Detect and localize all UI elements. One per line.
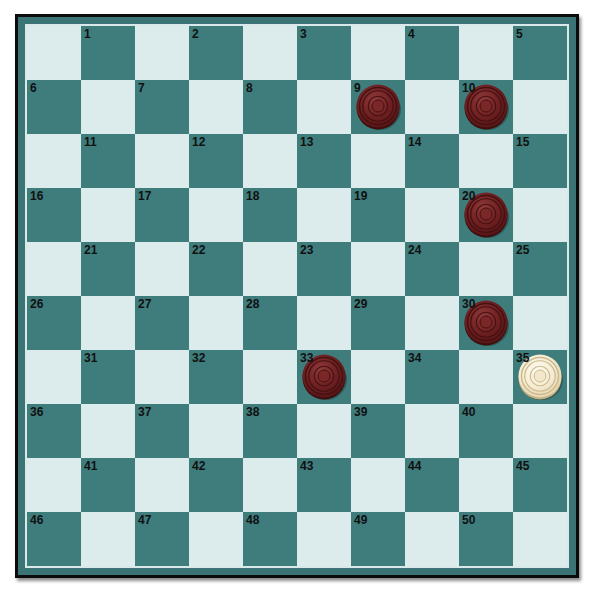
light-square	[243, 458, 297, 512]
square-42[interactable]: 42	[189, 458, 243, 512]
light-square	[297, 512, 351, 566]
square-number: 1	[84, 27, 91, 41]
square-8[interactable]: 8	[243, 80, 297, 134]
light-square	[405, 188, 459, 242]
light-square	[27, 134, 81, 188]
light-square	[27, 350, 81, 404]
square-number: 6	[30, 81, 37, 95]
light-square	[351, 134, 405, 188]
square-39[interactable]: 39	[351, 404, 405, 458]
square-33[interactable]: 33	[297, 350, 351, 404]
square-28[interactable]: 28	[243, 296, 297, 350]
light-square	[135, 350, 189, 404]
draughts-board: 123456789 10 11121314151617181920	[15, 14, 579, 578]
square-number: 2	[192, 27, 199, 41]
square-47[interactable]: 47	[135, 512, 189, 566]
square-9[interactable]: 9	[351, 80, 405, 134]
square-13[interactable]: 13	[297, 134, 351, 188]
light-square	[513, 80, 567, 134]
square-2[interactable]: 2	[189, 26, 243, 80]
light-square	[243, 134, 297, 188]
square-number: 14	[408, 135, 421, 149]
square-5[interactable]: 5	[513, 26, 567, 80]
square-6[interactable]: 6	[27, 80, 81, 134]
square-25[interactable]: 25	[513, 242, 567, 296]
dark-man-20[interactable]	[461, 190, 511, 240]
square-number: 41	[84, 459, 97, 473]
square-50[interactable]: 50	[459, 512, 513, 566]
dark-man-9[interactable]	[353, 82, 403, 132]
dark-man-10[interactable]	[461, 82, 511, 132]
square-number: 25	[516, 243, 529, 257]
square-48[interactable]: 48	[243, 512, 297, 566]
square-49[interactable]: 49	[351, 512, 405, 566]
square-number: 36	[30, 405, 43, 419]
light-square	[189, 512, 243, 566]
light-square	[513, 404, 567, 458]
light-square	[81, 512, 135, 566]
square-14[interactable]: 14	[405, 134, 459, 188]
light-square	[81, 404, 135, 458]
square-23[interactable]: 23	[297, 242, 351, 296]
square-34[interactable]: 34	[405, 350, 459, 404]
square-number: 24	[408, 243, 421, 257]
square-number: 27	[138, 297, 151, 311]
square-18[interactable]: 18	[243, 188, 297, 242]
light-square	[243, 242, 297, 296]
square-number: 32	[192, 351, 205, 365]
square-number: 21	[84, 243, 97, 257]
square-number: 8	[246, 81, 253, 95]
light-square	[297, 188, 351, 242]
board-grid: 123456789 10 11121314151617181920	[25, 24, 569, 568]
light-square	[351, 26, 405, 80]
square-16[interactable]: 16	[27, 188, 81, 242]
square-number: 5	[516, 27, 523, 41]
light-square	[405, 296, 459, 350]
square-20[interactable]: 20	[459, 188, 513, 242]
light-square	[27, 26, 81, 80]
square-number: 48	[246, 513, 259, 527]
square-10[interactable]: 10	[459, 80, 513, 134]
square-number: 11	[84, 135, 97, 149]
light-square	[189, 80, 243, 134]
light-square	[27, 458, 81, 512]
square-number: 34	[408, 351, 421, 365]
square-36[interactable]: 36	[27, 404, 81, 458]
light-square	[189, 296, 243, 350]
light-square	[513, 296, 567, 350]
square-number: 31	[84, 351, 97, 365]
square-number: 3	[300, 27, 307, 41]
square-number: 23	[300, 243, 313, 257]
square-1[interactable]: 1	[81, 26, 135, 80]
light-square	[243, 350, 297, 404]
light-square	[405, 404, 459, 458]
square-number: 44	[408, 459, 421, 473]
square-43[interactable]: 43	[297, 458, 351, 512]
square-number: 29	[354, 297, 367, 311]
square-26[interactable]: 26	[27, 296, 81, 350]
square-number: 26	[30, 297, 43, 311]
square-30[interactable]: 30	[459, 296, 513, 350]
square-41[interactable]: 41	[81, 458, 135, 512]
light-square	[459, 134, 513, 188]
square-number: 4	[408, 27, 415, 41]
square-38[interactable]: 38	[243, 404, 297, 458]
square-12[interactable]: 12	[189, 134, 243, 188]
light-square	[135, 242, 189, 296]
light-square	[27, 242, 81, 296]
square-29[interactable]: 29	[351, 296, 405, 350]
square-45[interactable]: 45	[513, 458, 567, 512]
light-square	[297, 296, 351, 350]
square-15[interactable]: 15	[513, 134, 567, 188]
square-number: 47	[138, 513, 151, 527]
square-21[interactable]: 21	[81, 242, 135, 296]
light-square	[189, 404, 243, 458]
square-number: 7	[138, 81, 145, 95]
square-19[interactable]: 19	[351, 188, 405, 242]
square-35[interactable]: 35	[513, 350, 567, 404]
dark-man-30[interactable]	[461, 298, 511, 348]
square-27[interactable]: 27	[135, 296, 189, 350]
square-number: 17	[138, 189, 151, 203]
square-number: 18	[246, 189, 259, 203]
square-number: 46	[30, 513, 43, 527]
light-square	[459, 242, 513, 296]
light-square	[459, 458, 513, 512]
light-square	[351, 458, 405, 512]
square-number: 13	[300, 135, 313, 149]
light-square	[81, 296, 135, 350]
light-square	[81, 80, 135, 134]
square-32[interactable]: 32	[189, 350, 243, 404]
square-22[interactable]: 22	[189, 242, 243, 296]
light-square	[513, 188, 567, 242]
light-square	[135, 26, 189, 80]
square-number: 38	[246, 405, 259, 419]
light-square	[405, 80, 459, 134]
light-square	[405, 512, 459, 566]
square-number: 43	[300, 459, 313, 473]
square-44[interactable]: 44	[405, 458, 459, 512]
square-31[interactable]: 31	[81, 350, 135, 404]
light-square	[189, 188, 243, 242]
square-number: 50	[462, 513, 475, 527]
light-square	[297, 80, 351, 134]
square-24[interactable]: 24	[405, 242, 459, 296]
light-square	[243, 26, 297, 80]
square-number: 28	[246, 297, 259, 311]
square-number: 49	[354, 513, 367, 527]
square-number: 19	[354, 189, 367, 203]
square-4[interactable]: 4	[405, 26, 459, 80]
square-11[interactable]: 11	[81, 134, 135, 188]
square-3[interactable]: 3	[297, 26, 351, 80]
dark-man-33[interactable]	[299, 352, 349, 402]
square-number: 16	[30, 189, 43, 203]
light-square	[135, 134, 189, 188]
square-number: 42	[192, 459, 205, 473]
light-square	[459, 26, 513, 80]
light-square	[297, 404, 351, 458]
white-man-35[interactable]	[515, 352, 565, 402]
light-square	[351, 350, 405, 404]
square-number: 15	[516, 135, 529, 149]
square-number: 39	[354, 405, 367, 419]
square-7[interactable]: 7	[135, 80, 189, 134]
light-square	[351, 242, 405, 296]
square-17[interactable]: 17	[135, 188, 189, 242]
square-37[interactable]: 37	[135, 404, 189, 458]
square-46[interactable]: 46	[27, 512, 81, 566]
square-number: 40	[462, 405, 475, 419]
square-40[interactable]: 40	[459, 404, 513, 458]
square-number: 37	[138, 405, 151, 419]
square-number: 45	[516, 459, 529, 473]
light-square	[135, 458, 189, 512]
square-number: 22	[192, 243, 205, 257]
square-number: 12	[192, 135, 205, 149]
light-square	[459, 350, 513, 404]
light-square	[81, 188, 135, 242]
light-square	[513, 512, 567, 566]
